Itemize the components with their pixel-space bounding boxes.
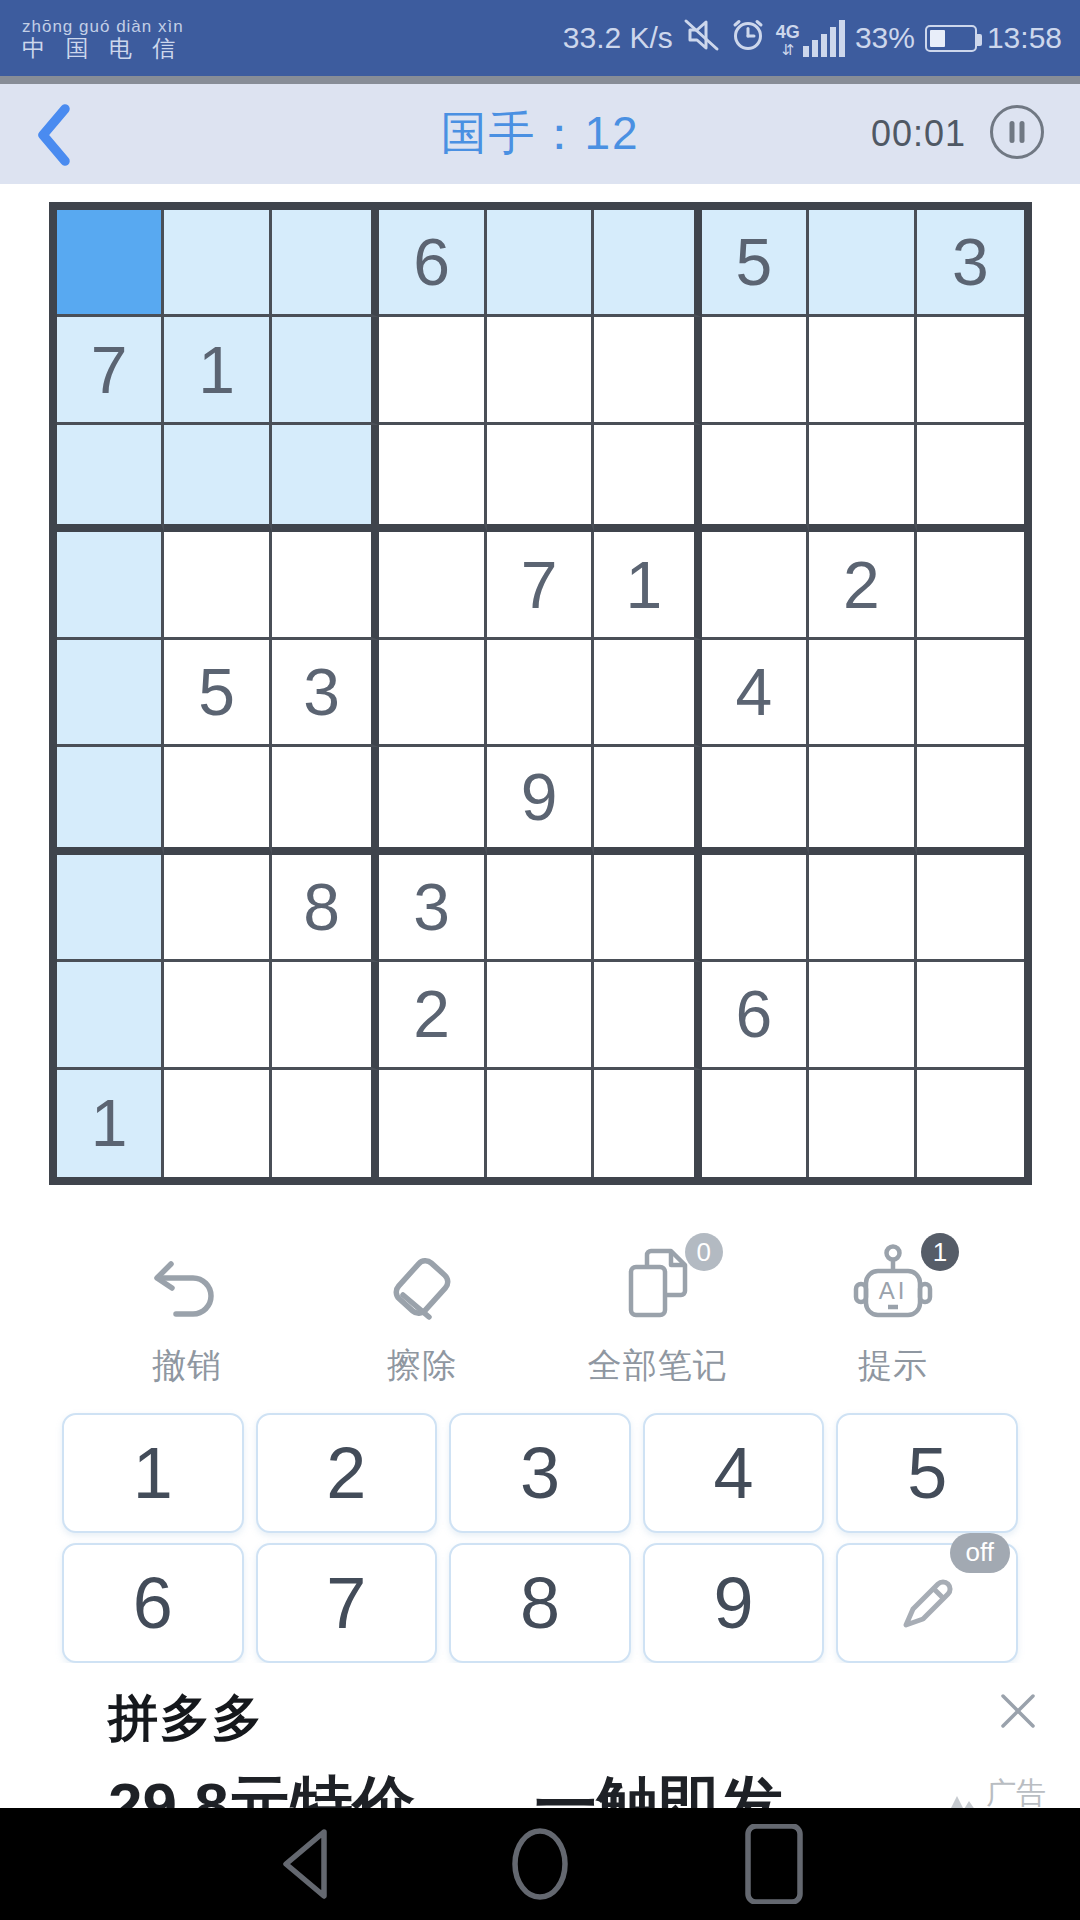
hint-count-badge: 1 [921,1233,959,1271]
net-speed: 33.2 K/s [563,21,673,55]
cell-r3c3[interactable] [272,425,379,532]
cell-r7c7[interactable] [702,855,809,962]
all-notes-button[interactable]: 0 全部笔记 [583,1241,733,1389]
cell-r2c5[interactable] [487,317,594,424]
cell-r6c3[interactable] [272,747,379,854]
cell-r7c8[interactable] [809,855,916,962]
cell-r5c5[interactable] [487,640,594,747]
cell-r5c1[interactable] [57,640,164,747]
cell-r3c1[interactable] [57,425,164,532]
ad-mountains-icon [946,1788,980,1808]
chevron-left-icon [30,102,76,168]
cell-r3c7[interactable] [702,425,809,532]
clock-time: 13:58 [987,21,1062,55]
cell-r5c9[interactable] [917,640,1024,747]
cell-r7c3[interactable]: 8 [272,855,379,962]
cell-r9c2[interactable] [164,1070,271,1177]
cell-r3c4[interactable] [379,425,486,532]
numpad-key-2[interactable]: 2 [256,1413,438,1533]
cell-r1c2[interactable] [164,210,271,317]
cell-r7c1[interactable] [57,855,164,962]
cell-r8c7[interactable]: 6 [702,962,809,1069]
nav-recents-button[interactable] [742,1824,806,1904]
ad-tag: 广告 [946,1773,1046,1808]
battery-icon [925,25,977,52]
window-separator [0,76,1080,84]
cell-r2c7[interactable] [702,317,809,424]
cell-r5c4[interactable] [379,640,486,747]
cell-r4c7[interactable] [702,532,809,639]
cell-r2c2[interactable]: 1 [164,317,271,424]
undo-label: 撤销 [152,1343,222,1389]
pencil-off-badge: off [950,1533,1010,1573]
cell-r1c7[interactable]: 5 [702,210,809,317]
cell-r9c5[interactable] [487,1070,594,1177]
cell-r1c8[interactable] [809,210,916,317]
cell-r6c6[interactable] [594,747,701,854]
sudoku-board: 65371712534983261 [49,202,1032,1185]
ad-brand: 拼多多 [108,1685,264,1752]
numpad-key-9[interactable]: 9 [643,1543,825,1663]
erase-label: 擦除 [387,1343,457,1389]
cell-r7c4[interactable]: 3 [379,855,486,962]
numpad-key-8[interactable]: 8 [449,1543,631,1663]
svg-text:AI: AI [879,1277,908,1304]
status-bar-right: 33.2 K/s 4G ⇵ [563,17,1062,60]
pause-button[interactable] [988,103,1046,165]
cell-r8c3[interactable] [272,962,379,1069]
ad-headline: 29.8元特价一触即发 [108,1763,783,1808]
battery-percent: 33% [855,21,915,55]
cell-r1c9[interactable]: 3 [917,210,1024,317]
numpad-key-4[interactable]: 4 [643,1413,825,1533]
cell-r4c1[interactable] [57,532,164,639]
cell-r8c9[interactable] [917,962,1024,1069]
cell-r8c4[interactable]: 2 [379,962,486,1069]
hint-button[interactable]: AI 1 提示 [818,1241,968,1389]
cell-r8c5[interactable] [487,962,594,1069]
updown-arrows-icon: ⇵ [782,42,795,57]
carrier-pinyin: zhōng guó diàn xìn [22,18,184,36]
cell-r7c6[interactable] [594,855,701,962]
cell-r6c7[interactable] [702,747,809,854]
cell-r5c6[interactable] [594,640,701,747]
cell-r5c8[interactable] [809,640,916,747]
network-type: 4G [776,23,800,41]
cell-r2c4[interactable] [379,317,486,424]
undo-icon [146,1241,228,1331]
cell-r1c4[interactable]: 6 [379,210,486,317]
cell-r1c6[interactable] [594,210,701,317]
ai-robot-icon: AI 1 [849,1241,937,1331]
cell-r3c9[interactable] [917,425,1024,532]
all-notes-label: 全部笔记 [588,1343,728,1389]
cell-r3c5[interactable] [487,425,594,532]
cell-r9c6[interactable] [594,1070,701,1177]
cell-r2c1[interactable]: 7 [57,317,164,424]
cell-r5c3[interactable]: 3 [272,640,379,747]
page-title: 国手：12 [440,103,639,165]
board-area: 65371712534983261 [0,184,1080,1185]
cell-r8c2[interactable] [164,962,271,1069]
numpad-key-5[interactable]: 5 [836,1413,1018,1533]
cell-r6c2[interactable] [164,747,271,854]
cell-r5c2[interactable]: 5 [164,640,271,747]
nav-home-button[interactable] [508,1824,572,1904]
signal-4g-icon: 4G ⇵ [776,19,845,57]
notes-icon: 0 [615,1241,701,1331]
cell-r9c8[interactable] [809,1070,916,1177]
cell-r4c8[interactable]: 2 [809,532,916,639]
cell-r9c3[interactable] [272,1070,379,1177]
cell-r4c9[interactable] [917,532,1024,639]
ad-banner[interactable]: 拼多多 29.8元特价一触即发 广告 [0,1663,1080,1808]
cell-r8c6[interactable] [594,962,701,1069]
cell-r8c8[interactable] [809,962,916,1069]
carrier-label: zhōng guó diàn xìn 中 国 电 信 [22,16,184,60]
cell-r6c5[interactable]: 9 [487,747,594,854]
numpad: 123456789 off [62,1413,1018,1663]
numpad-key-7[interactable]: 7 [256,1543,438,1663]
cell-r6c8[interactable] [809,747,916,854]
pencil-icon [892,1568,962,1638]
cell-r1c1[interactable] [57,210,164,317]
phone-screen: zhōng guó diàn xìn 中 国 电 信 33.2 K/s [0,0,1080,1920]
cell-r7c9[interactable] [917,855,1024,962]
carrier-name: 中 国 电 信 [22,36,184,60]
cell-r8c1[interactable] [57,962,164,1069]
eraser-icon [381,1241,463,1331]
cell-r7c2[interactable] [164,855,271,962]
cell-r3c6[interactable] [594,425,701,532]
numpad-key-3[interactable]: 3 [449,1413,631,1533]
cell-r2c3[interactable] [272,317,379,424]
numpad-key-1[interactable]: 1 [62,1413,244,1533]
cell-r4c3[interactable] [272,532,379,639]
cell-r5c7[interactable]: 4 [702,640,809,747]
android-nav-bar [0,1808,1080,1920]
cell-r1c3[interactable] [272,210,379,317]
signal-bars-icon [803,19,845,57]
cell-r2c9[interactable] [917,317,1024,424]
game-timer: 00:01 [871,113,966,155]
cell-r6c4[interactable] [379,747,486,854]
ad-close-button[interactable] [994,1687,1042,1739]
status-bar: zhōng guó diàn xìn 中 国 电 信 33.2 K/s [0,0,1080,76]
alarm-icon [730,17,766,60]
notes-count-badge: 0 [685,1233,723,1271]
cell-r4c6[interactable]: 1 [594,532,701,639]
cell-r2c8[interactable] [809,317,916,424]
cell-r9c1[interactable]: 1 [57,1070,164,1177]
cell-r6c9[interactable] [917,747,1024,854]
cell-r9c7[interactable] [702,1070,809,1177]
cell-r4c2[interactable] [164,532,271,639]
erase-button[interactable]: 擦除 [347,1241,497,1389]
app-header: 国手：12 00:01 [0,84,1080,184]
cell-r9c9[interactable] [917,1070,1024,1177]
close-icon [994,1687,1042,1735]
cell-r1c5[interactable] [487,210,594,317]
cell-r2c6[interactable] [594,317,701,424]
cell-r3c2[interactable] [164,425,271,532]
nav-back-button[interactable] [274,1824,338,1904]
hint-label: 提示 [858,1343,928,1389]
cell-r6c1[interactable] [57,747,164,854]
pencil-key[interactable]: off [836,1543,1018,1663]
pause-icon [988,103,1046,161]
numpad-key-6[interactable]: 6 [62,1543,244,1663]
cell-r4c5[interactable]: 7 [487,532,594,639]
cell-r3c8[interactable] [809,425,916,532]
cell-r4c4[interactable] [379,532,486,639]
cell-r9c4[interactable] [379,1070,486,1177]
undo-button[interactable]: 撤销 [112,1241,262,1389]
back-button[interactable] [30,102,76,172]
cell-r7c5[interactable] [487,855,594,962]
toolbar: 撤销 擦除 0 全部笔记 [0,1241,1080,1389]
mute-icon [683,18,720,59]
